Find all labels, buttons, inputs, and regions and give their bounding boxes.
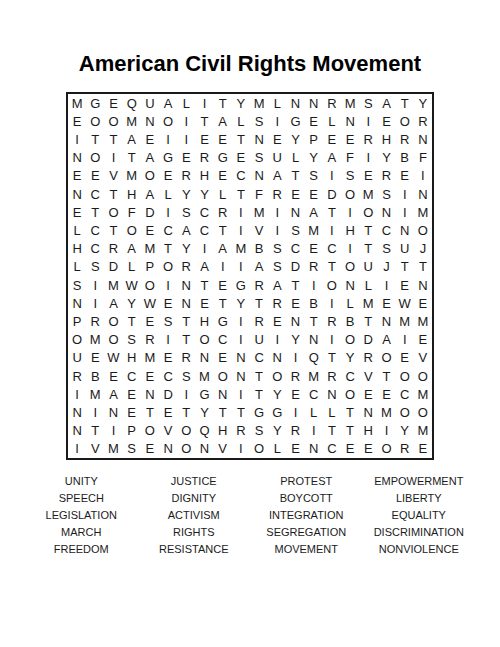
grid-cell-r10c7: R	[177, 258, 195, 276]
grid-cell-r6c12: R	[268, 185, 286, 203]
grid-cell-r7c2: T	[86, 203, 104, 221]
grid-cell-r5c11: N	[250, 167, 268, 185]
grid-cell-r5c18: R	[377, 167, 395, 185]
grid-cell-r3c7: I	[177, 130, 195, 148]
grid-cell-r11c13: T	[286, 276, 304, 294]
grid-cell-r9c7: Y	[177, 240, 195, 258]
grid-cell-r8c3: T	[104, 221, 122, 239]
grid-cell-r7c6: I	[159, 203, 177, 221]
grid-cell-r16c2: B	[86, 367, 104, 385]
grid-cell-r17c15: N	[323, 385, 341, 403]
grid-cell-r3c17: R	[359, 130, 377, 148]
grid-cell-r18c5: T	[141, 403, 159, 421]
grid-cell-r19c4: P	[123, 422, 141, 440]
word-list: UNITYSPEECHLEGISLATIONMARCHFREEDOM JUSTI…	[27, 473, 473, 558]
grid-cell-r13c17: T	[359, 312, 377, 330]
grid-cell-r9c18: S	[377, 240, 395, 258]
grid-cell-r19c13: R	[286, 422, 304, 440]
grid-cell-r14c16: O	[341, 331, 359, 349]
grid-cell-r20c8: N	[195, 440, 213, 458]
grid-cell-r1c15: R	[323, 94, 341, 112]
grid-cell-r7c18: N	[377, 203, 395, 221]
grid-cell-r6c10: T	[232, 185, 250, 203]
grid-cell-r8c16: H	[341, 221, 359, 239]
grid-cell-r9c19: U	[396, 240, 414, 258]
grid-cell-r17c17: E	[359, 385, 377, 403]
grid-cell-r14c7: T	[177, 331, 195, 349]
grid-cell-r5c13: T	[286, 167, 304, 185]
grid-cell-r15c20: V	[414, 349, 432, 367]
grid-cell-r1c12: L	[268, 94, 286, 112]
grid-cell-r12c7: N	[177, 294, 195, 312]
word-march: MARCH	[27, 524, 136, 541]
grid-cell-r1c10: Y	[232, 94, 250, 112]
grid-cell-r4c19: B	[396, 149, 414, 167]
grid-cell-r19c20: M	[414, 422, 432, 440]
grid-cell-r7c4: F	[123, 203, 141, 221]
grid-cell-r6c6: L	[159, 185, 177, 203]
grid-cell-r19c8: Q	[195, 422, 213, 440]
grid-cell-r20c11: O	[250, 440, 268, 458]
grid-cell-r12c6: E	[159, 294, 177, 312]
grid-cell-r17c19: C	[396, 385, 414, 403]
grid-cell-r15c18: O	[377, 349, 395, 367]
grid-cell-r12c10: Y	[232, 294, 250, 312]
grid-cell-r20c4: S	[123, 440, 141, 458]
grid-cell-r2c1: E	[68, 112, 86, 130]
grid-cell-r17c3: A	[104, 385, 122, 403]
grid-cell-r2c17: I	[359, 112, 377, 130]
grid-cell-r20c3: M	[104, 440, 122, 458]
grid-cell-r12c1: N	[68, 294, 86, 312]
grid-cell-r19c18: I	[377, 422, 395, 440]
grid-cell-r3c11: N	[250, 130, 268, 148]
grid-cell-r5c10: C	[232, 167, 250, 185]
grid-cell-r1c2: G	[86, 94, 104, 112]
grid-cell-r12c18: E	[377, 294, 395, 312]
grid-cell-r15c15: T	[323, 349, 341, 367]
grid-cell-r10c9: I	[214, 258, 232, 276]
grid-cell-r19c7: O	[177, 422, 195, 440]
grid-cell-r5c3: V	[104, 167, 122, 185]
word-speech: SPEECH	[27, 490, 136, 507]
grid-cell-r7c10: I	[232, 203, 250, 221]
grid-cell-r5c7: R	[177, 167, 195, 185]
grid-cell-r13c12: E	[268, 312, 286, 330]
grid-cell-r12c17: M	[359, 294, 377, 312]
grid-cell-r6c5: A	[141, 185, 159, 203]
grid-cell-r16c15: R	[323, 367, 341, 385]
word-integration: INTEGRATION	[252, 507, 361, 524]
grid-cell-r4c1: N	[68, 149, 86, 167]
grid-cell-r9c16: I	[341, 240, 359, 258]
grid-cell-r13c19: M	[396, 312, 414, 330]
word-segregation: SEGREGATION	[252, 524, 361, 541]
grid-cell-r10c13: D	[286, 258, 304, 276]
grid-cell-r4c16: F	[341, 149, 359, 167]
grid-cell-r15c13: I	[286, 349, 304, 367]
grid-cell-r7c5: D	[141, 203, 159, 221]
grid-cell-r1c6: A	[159, 94, 177, 112]
grid-cell-r3c2: T	[86, 130, 104, 148]
grid-cell-r13c5: E	[141, 312, 159, 330]
grid-cell-r8c17: T	[359, 221, 377, 239]
grid-cell-r1c17: S	[359, 94, 377, 112]
grid-cell-r4c2: O	[86, 149, 104, 167]
grid-cell-r16c9: O	[214, 367, 232, 385]
grid-cell-r13c13: N	[286, 312, 304, 330]
grid-cell-r19c17: H	[359, 422, 377, 440]
word-rights: RIGHTS	[140, 524, 249, 541]
grid-cell-r7c15: T	[323, 203, 341, 221]
grid-cell-r8c5: E	[141, 221, 159, 239]
word-freedom: FREEDOM	[27, 541, 136, 558]
grid-cell-r20c13: E	[286, 440, 304, 458]
word-search-grid: MGEQUALITYMLNNRMSATYEOOMNOITALSIGELNIEOR…	[66, 92, 434, 460]
grid-cell-r5c9: E	[214, 167, 232, 185]
grid-cell-r7c19: I	[396, 203, 414, 221]
grid-cell-r8c8: C	[195, 221, 213, 239]
grid-cell-r16c8: M	[195, 367, 213, 385]
word-nonviolence: NONVIOLENCE	[365, 541, 474, 558]
grid-cell-r6c15: D	[323, 185, 341, 203]
grid-cell-r10c16: O	[341, 258, 359, 276]
word-list-column: PROTESTBOYCOTTINTEGRATIONSEGREGATIONMOVE…	[252, 473, 361, 558]
grid-cell-r13c15: R	[323, 312, 341, 330]
grid-cell-r2c13: G	[286, 112, 304, 130]
grid-cell-r18c16: T	[341, 403, 359, 421]
grid-cell-r20c2: V	[86, 440, 104, 458]
grid-cell-r10c10: I	[232, 258, 250, 276]
grid-cell-r16c13: R	[286, 367, 304, 385]
grid-cell-r16c17: V	[359, 367, 377, 385]
grid-cell-r9c11: B	[250, 240, 268, 258]
grid-cell-r6c17: M	[359, 185, 377, 203]
grid-cell-r6c4: H	[123, 185, 141, 203]
grid-cell-r9c14: E	[305, 240, 323, 258]
grid-cell-r11c2: I	[86, 276, 104, 294]
grid-cell-r10c12: S	[268, 258, 286, 276]
grid-cell-r18c15: L	[323, 403, 341, 421]
grid-cell-r6c1: N	[68, 185, 86, 203]
grid-cell-r15c8: N	[195, 349, 213, 367]
grid-cell-r14c6: I	[159, 331, 177, 349]
grid-cell-r5c14: S	[305, 167, 323, 185]
grid-cell-r5c5: O	[141, 167, 159, 185]
grid-cell-r13c14: T	[305, 312, 323, 330]
grid-cell-r7c11: M	[250, 203, 268, 221]
grid-cell-r14c8: O	[195, 331, 213, 349]
grid-cell-r6c14: E	[305, 185, 323, 203]
grid-cell-r4c6: G	[159, 149, 177, 167]
grid-cell-r17c6: D	[159, 385, 177, 403]
grid-cell-r3c20: N	[414, 130, 432, 148]
grid-cell-r3c9: E	[214, 130, 232, 148]
grid-cell-r13c2: R	[86, 312, 104, 330]
grid-cell-r10c1: L	[68, 258, 86, 276]
grid-cell-r9c6: T	[159, 240, 177, 258]
grid-cell-r16c20: O	[414, 367, 432, 385]
grid-cell-r6c8: Y	[195, 185, 213, 203]
grid-cell-r20c20: E	[414, 440, 432, 458]
grid-cell-r18c13: I	[286, 403, 304, 421]
grid-cell-r7c12: I	[268, 203, 286, 221]
grid-cell-r7c9: R	[214, 203, 232, 221]
grid-cell-r17c13: E	[286, 385, 304, 403]
grid-cell-r16c5: E	[141, 367, 159, 385]
grid-cell-r8c2: C	[86, 221, 104, 239]
grid-cell-r11c5: O	[141, 276, 159, 294]
grid-cell-r8c13: S	[286, 221, 304, 239]
grid-cell-r18c4: E	[123, 403, 141, 421]
grid-cell-r17c4: E	[123, 385, 141, 403]
grid-cell-r20c6: N	[159, 440, 177, 458]
grid-cell-r12c14: B	[305, 294, 323, 312]
grid-cell-r11c8: T	[195, 276, 213, 294]
grid-cell-r1c1: M	[68, 94, 86, 112]
grid-cell-r5c17: E	[359, 167, 377, 185]
grid-cell-r4c5: A	[141, 149, 159, 167]
grid-cell-r20c16: E	[341, 440, 359, 458]
word-boycott: BOYCOTT	[252, 490, 361, 507]
grid-cell-r11c14: I	[305, 276, 323, 294]
grid-cell-r9c8: I	[195, 240, 213, 258]
grid-cell-r14c11: U	[250, 331, 268, 349]
grid-cell-r2c16: N	[341, 112, 359, 130]
grid-cell-r7c16: I	[341, 203, 359, 221]
grid-cell-r16c7: S	[177, 367, 195, 385]
grid-cell-r12c19: W	[396, 294, 414, 312]
grid-cell-r10c14: R	[305, 258, 323, 276]
grid-cell-r19c15: T	[323, 422, 341, 440]
grid-cell-r4c7: E	[177, 149, 195, 167]
grid-cell-r5c4: M	[123, 167, 141, 185]
grid-cell-r12c9: T	[214, 294, 232, 312]
grid-cell-r14c20: E	[414, 331, 432, 349]
grid-cell-r3c3: T	[104, 130, 122, 148]
grid-cell-r19c14: I	[305, 422, 323, 440]
grid-cell-r12c11: T	[250, 294, 268, 312]
grid-cell-r15c12: N	[268, 349, 286, 367]
grid-cell-r8c11: V	[250, 221, 268, 239]
grid-cell-r2c8: T	[195, 112, 213, 130]
grid-cell-r17c12: Y	[268, 385, 286, 403]
grid-cell-r20c18: O	[377, 440, 395, 458]
word-list-column: JUSTICEDIGNITYACTIVISMRIGHTSRESISTANCE	[140, 473, 249, 558]
grid-cell-r13c10: I	[232, 312, 250, 330]
grid-cell-r8c19: N	[396, 221, 414, 239]
grid-cell-r15c10: N	[232, 349, 250, 367]
grid-cell-r12c12: R	[268, 294, 286, 312]
grid-cell-r11c19: E	[396, 276, 414, 294]
grid-cell-r10c2: S	[86, 258, 104, 276]
grid-cell-r3c14: P	[305, 130, 323, 148]
grid-cell-r10c18: J	[377, 258, 395, 276]
grid-cell-r7c7: S	[177, 203, 195, 221]
grid-cell-r1c14: N	[305, 94, 323, 112]
grid-cell-r7c3: O	[104, 203, 122, 221]
grid-cell-r1c4: Q	[123, 94, 141, 112]
word-justice: JUSTICE	[140, 473, 249, 490]
grid-cell-r19c1: N	[68, 422, 86, 440]
grid-cell-r14c15: I	[323, 331, 341, 349]
grid-cell-r8c10: I	[232, 221, 250, 239]
grid-cell-r1c5: U	[141, 94, 159, 112]
grid-cell-r20c5: E	[141, 440, 159, 458]
grid-cell-r10c17: U	[359, 258, 377, 276]
grid-cell-r17c2: M	[86, 385, 104, 403]
grid-cell-r20c9: V	[214, 440, 232, 458]
grid-cell-r20c15: C	[323, 440, 341, 458]
grid-cell-r6c11: F	[250, 185, 268, 203]
grid-cell-r17c11: T	[250, 385, 268, 403]
word-activism: ACTIVISM	[140, 507, 249, 524]
grid-cell-r14c1: O	[68, 331, 86, 349]
grid-cell-r3c19: R	[396, 130, 414, 148]
grid-cell-r11c9: E	[214, 276, 232, 294]
grid-cell-r18c1: N	[68, 403, 86, 421]
grid-cell-r4c17: I	[359, 149, 377, 167]
grid-cell-r11c10: G	[232, 276, 250, 294]
grid-cell-r13c6: S	[159, 312, 177, 330]
word-list-column: EMPOWERMENTLIBERTYEQUALITYDISCRIMINATION…	[365, 473, 474, 558]
grid-cell-r6c16: O	[341, 185, 359, 203]
grid-cell-r6c13: E	[286, 185, 304, 203]
grid-cell-r3c4: A	[123, 130, 141, 148]
grid-cell-r10c3: D	[104, 258, 122, 276]
grid-cell-r19c3: I	[104, 422, 122, 440]
grid-cell-r13c3: O	[104, 312, 122, 330]
grid-cell-r12c16: L	[341, 294, 359, 312]
grid-cell-r9c17: T	[359, 240, 377, 258]
grid-cell-r16c10: N	[232, 367, 250, 385]
worksheet-page: American Civil Rights Movement MGEQUALIT…	[0, 0, 500, 647]
grid-cell-r16c19: O	[396, 367, 414, 385]
grid-cell-r8c7: A	[177, 221, 195, 239]
grid-cell-r19c9: H	[214, 422, 232, 440]
grid-cell-r2c20: R	[414, 112, 432, 130]
grid-cell-r1c3: E	[104, 94, 122, 112]
grid-cell-r7c20: M	[414, 203, 432, 221]
word-equality: EQUALITY	[365, 507, 474, 524]
grid-cell-r19c12: Y	[268, 422, 286, 440]
grid-cell-r10c4: L	[123, 258, 141, 276]
grid-cell-r11c15: O	[323, 276, 341, 294]
grid-cell-r4c18: Y	[377, 149, 395, 167]
grid-cell-r12c5: W	[141, 294, 159, 312]
grid-cell-r2c7: I	[177, 112, 195, 130]
grid-cell-r13c7: T	[177, 312, 195, 330]
grid-cell-r4c14: Y	[305, 149, 323, 167]
grid-cell-r2c3: O	[104, 112, 122, 130]
grid-cell-r11c16: N	[341, 276, 359, 294]
grid-cell-r6c7: Y	[177, 185, 195, 203]
grid-cell-r9c20: J	[414, 240, 432, 258]
grid-cell-r13c8: H	[195, 312, 213, 330]
grid-cell-r14c3: O	[104, 331, 122, 349]
grid-cell-r15c9: E	[214, 349, 232, 367]
grid-cell-r15c11: C	[250, 349, 268, 367]
grid-cell-r3c5: E	[141, 130, 159, 148]
grid-cell-r14c9: C	[214, 331, 232, 349]
grid-cell-r6c19: I	[396, 185, 414, 203]
grid-cell-r15c2: E	[86, 349, 104, 367]
grid-cell-r4c10: E	[232, 149, 250, 167]
grid-cell-r12c20: E	[414, 294, 432, 312]
grid-cell-r10c20: T	[414, 258, 432, 276]
grid-cell-r1c9: T	[214, 94, 232, 112]
grid-cell-r4c3: I	[104, 149, 122, 167]
grid-cell-r4c12: U	[268, 149, 286, 167]
grid-cell-r10c5: P	[141, 258, 159, 276]
grid-cell-r8c14: M	[305, 221, 323, 239]
grid-cell-r9c13: C	[286, 240, 304, 258]
grid-cell-r12c2: I	[86, 294, 104, 312]
grid-cell-r13c20: M	[414, 312, 432, 330]
grid-cell-r5c8: H	[195, 167, 213, 185]
grid-cell-r20c12: L	[268, 440, 286, 458]
grid-cell-r3c1: I	[68, 130, 86, 148]
grid-cell-r8c20: O	[414, 221, 432, 239]
grid-cell-r18c7: T	[177, 403, 195, 421]
grid-cell-r9c4: A	[123, 240, 141, 258]
grid-cell-r15c5: M	[141, 349, 159, 367]
grid-cell-r16c3: E	[104, 367, 122, 385]
grid-cell-r18c10: T	[232, 403, 250, 421]
grid-cell-r4c15: A	[323, 149, 341, 167]
grid-cell-r18c3: N	[104, 403, 122, 421]
grid-cell-r19c19: Y	[396, 422, 414, 440]
word-liberty: LIBERTY	[365, 490, 474, 507]
grid-cell-r9c12: S	[268, 240, 286, 258]
grid-cell-r3c13: Y	[286, 130, 304, 148]
word-movement: MOVEMENT	[252, 541, 361, 558]
grid-cell-r2c18: E	[377, 112, 395, 130]
grid-cell-r8c9: T	[214, 221, 232, 239]
grid-cell-r10c15: T	[323, 258, 341, 276]
grid-cell-r19c11: S	[250, 422, 268, 440]
grid-cell-r14c13: Y	[286, 331, 304, 349]
grid-cell-r8c6: C	[159, 221, 177, 239]
grid-cell-r15c17: R	[359, 349, 377, 367]
word-discrimination: DISCRIMINATION	[365, 524, 474, 541]
grid-cell-r16c18: T	[377, 367, 395, 385]
puzzle-title: American Civil Rights Movement	[0, 0, 500, 77]
grid-cell-r12c4: Y	[123, 294, 141, 312]
grid-cell-r20c14: N	[305, 440, 323, 458]
grid-cell-r5c12: A	[268, 167, 286, 185]
grid-cell-r14c17: D	[359, 331, 377, 349]
grid-cell-r16c6: C	[159, 367, 177, 385]
grid-cell-r14c14: N	[305, 331, 323, 349]
grid-cell-r11c18: I	[377, 276, 395, 294]
grid-cell-r3c15: E	[323, 130, 341, 148]
grid-cell-r1c13: N	[286, 94, 304, 112]
grid-cell-r17c10: I	[232, 385, 250, 403]
grid-cell-r1c16: M	[341, 94, 359, 112]
grid-cell-r13c11: R	[250, 312, 268, 330]
grid-cell-r13c4: T	[123, 312, 141, 330]
grid-cell-r18c20: O	[414, 403, 432, 421]
grid-cell-r18c6: E	[159, 403, 177, 421]
grid-cell-r3c12: E	[268, 130, 286, 148]
word-resistance: RESISTANCE	[140, 541, 249, 558]
grid-cell-r18c9: T	[214, 403, 232, 421]
grid-cell-r16c11: T	[250, 367, 268, 385]
grid-cell-r8c4: O	[123, 221, 141, 239]
grid-cell-r9c5: M	[141, 240, 159, 258]
grid-cell-r11c4: W	[123, 276, 141, 294]
